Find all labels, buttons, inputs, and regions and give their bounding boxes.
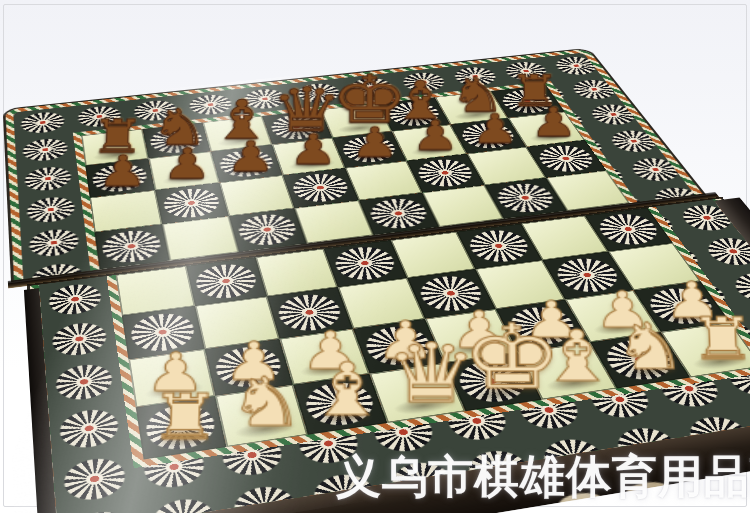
- pawn-glyph: ♟: [289, 129, 337, 168]
- chess-board: ♜♞♝♛♚♝♞♜♟♟♟♟♟♟♟♟ ♟♟♟♟♟♟♟♟♜♞♝♛♚♝♞♜: [5, 49, 750, 513]
- square-h4[interactable]: [585, 208, 673, 252]
- queen-glyph: ♛: [385, 334, 479, 412]
- rook-glyph: ♜: [149, 389, 221, 449]
- pawn-glyph: ♟: [226, 136, 275, 176]
- pawn-glyph: ♟: [471, 109, 519, 147]
- square-a4[interactable]: [116, 266, 195, 316]
- piece-white-rook-a1[interactable]: ♜: [143, 389, 227, 449]
- square-b1[interactable]: ♞: [215, 385, 308, 447]
- piece-black-pawn-e7[interactable]: ♟: [343, 123, 406, 162]
- pawn-glyph: ♟: [351, 123, 399, 162]
- rook-glyph: ♜: [689, 313, 750, 368]
- knight-glyph: ♞: [613, 318, 688, 379]
- piece-black-pawn-c7[interactable]: ♟: [219, 136, 283, 176]
- piece-white-knight-b1[interactable]: ♞: [225, 372, 307, 436]
- piece-black-pawn-h7[interactable]: ♟: [523, 103, 585, 141]
- pawn-glyph: ♟: [162, 143, 212, 183]
- piece-white-bishop-c1[interactable]: ♝: [306, 356, 387, 425]
- square-e4[interactable]: [391, 232, 476, 278]
- square-h6[interactable]: [526, 140, 606, 178]
- watermark-text: 义乌市棋雄体育用品商行: [336, 447, 750, 507]
- piece-black-pawn-b7[interactable]: ♟: [155, 143, 220, 183]
- square-b6[interactable]: [155, 183, 229, 224]
- piece-black-pawn-f7[interactable]: ♟: [404, 116, 466, 155]
- piece-black-pawn-g7[interactable]: ♟: [464, 109, 526, 147]
- scene: ♜♞♝♛♚♝♞♜♟♟♟♟♟♟♟♟ ♟♟♟♟♟♟♟♟♜♞♝♛♚♝♞♜: [0, 0, 750, 513]
- piece-white-knight-g1[interactable]: ♞: [611, 318, 691, 379]
- product-photo: ♜♞♝♛♚♝♞♜♟♟♟♟♟♟♟♟ ♟♟♟♟♟♟♟♟♜♞♝♛♚♝♞♜ 义乌市棋雄体…: [0, 0, 750, 513]
- pawn-glyph: ♟: [530, 103, 578, 141]
- square-d4[interactable]: [324, 240, 408, 287]
- square-b7[interactable]: ♟: [149, 152, 220, 191]
- piece-black-pawn-d7[interactable]: ♟: [281, 129, 344, 168]
- square-a1[interactable]: ♜: [136, 396, 227, 460]
- board-left-edge: [24, 288, 60, 513]
- piece-black-pawn-a7[interactable]: ♟: [90, 151, 156, 192]
- square-g4[interactable]: [521, 216, 608, 261]
- pawn-glyph: ♟: [97, 151, 148, 192]
- piece-white-queen-d1[interactable]: ♛: [385, 334, 465, 412]
- knight-glyph: ♞: [228, 372, 305, 436]
- square-d6[interactable]: [283, 168, 359, 208]
- bishop-glyph: ♝: [306, 356, 388, 425]
- pawn-glyph: ♟: [412, 116, 460, 155]
- piece-white-rook-h1[interactable]: ♜: [683, 313, 750, 368]
